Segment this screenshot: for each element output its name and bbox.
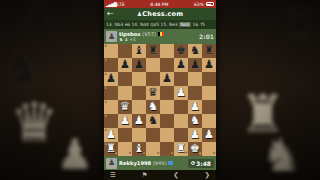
black-pawn-b7[interactable]: ♟ bbox=[118, 58, 132, 72]
black-knight-d3[interactable]: ♞ bbox=[146, 114, 160, 128]
chess-app-window: ▂▄▆█ LTE 8:48 PM 63% ← ♟Chess.com 13. Nb… bbox=[104, 0, 216, 180]
file-label-d: d bbox=[157, 152, 159, 155]
opponent-captured-tray: ♞ ♝ +1 bbox=[119, 37, 197, 43]
square-e3[interactable] bbox=[160, 114, 174, 128]
belgium-flag-icon bbox=[158, 32, 164, 36]
white-pawn-c3[interactable]: ♟ bbox=[132, 114, 146, 128]
black-rook-d8[interactable]: ♜ bbox=[146, 44, 160, 58]
square-c7[interactable]: ♟ bbox=[132, 58, 146, 72]
player-clock: 3:48 bbox=[188, 159, 214, 168]
white-pawn-g4[interactable]: ♟ bbox=[188, 100, 202, 114]
square-d4[interactable]: ♞ bbox=[146, 100, 160, 114]
square-a3[interactable]: 3 bbox=[104, 114, 118, 128]
square-c2[interactable] bbox=[132, 128, 146, 142]
menu-icon[interactable]: ☰ bbox=[110, 172, 116, 179]
black-king-f8[interactable]: ♚ bbox=[174, 44, 188, 58]
white-pawn-h2[interactable]: ♟ bbox=[202, 128, 216, 142]
player-clock-time: 3:48 bbox=[196, 160, 211, 167]
square-c4[interactable] bbox=[132, 100, 146, 114]
white-king-g1[interactable]: ♚ bbox=[188, 142, 202, 156]
square-h1[interactable]: h bbox=[202, 142, 216, 156]
square-g6[interactable] bbox=[188, 72, 202, 86]
file-label-h: h bbox=[213, 152, 215, 155]
file-label-b: b bbox=[129, 152, 131, 155]
square-a5[interactable]: 5 bbox=[104, 86, 118, 100]
chesscom-logo: ♟Chess.com bbox=[104, 10, 216, 18]
status-time: 8:48 PM bbox=[150, 2, 168, 7]
rank-label-3: 3 bbox=[105, 115, 107, 118]
black-pawn-a6[interactable]: ♟ bbox=[104, 72, 118, 86]
video-frame: ♟ ♞ ♛ ♟ ♜ ♜ ♞ ▂▄▆█ LTE 8:48 PM 63% ← ♟Ch… bbox=[0, 0, 320, 180]
white-rook-a1[interactable]: ♜ bbox=[104, 142, 118, 156]
battery-icon bbox=[206, 2, 214, 6]
square-b7[interactable]: ♟ bbox=[118, 58, 132, 72]
square-e6[interactable]: ♟ bbox=[160, 72, 174, 86]
player-avatar[interactable]: ♟ bbox=[106, 158, 117, 169]
square-h3[interactable] bbox=[202, 114, 216, 128]
white-rook-f1[interactable]: ♜ bbox=[174, 142, 188, 156]
move-list[interactable]: 13. Nb3 e6 14. Nd4 Qd5 15. Be3 Nd3 16. f… bbox=[104, 20, 216, 29]
square-b6[interactable] bbox=[118, 72, 132, 86]
clock-icon bbox=[191, 161, 195, 165]
player-bar: ♟ Rekky1998 (949) 3:48 bbox=[104, 156, 216, 170]
square-d6[interactable] bbox=[146, 72, 160, 86]
square-e1[interactable]: e bbox=[160, 142, 174, 156]
black-knight-g8[interactable]: ♞ bbox=[188, 44, 202, 58]
square-g5[interactable] bbox=[188, 86, 202, 100]
square-c3[interactable]: ♟ bbox=[132, 114, 146, 128]
opponent-bar: ♟ tipsbox (957) ♞ ♝ +1 2:01 bbox=[104, 29, 216, 44]
player-rating: (949) bbox=[153, 160, 167, 166]
square-a7[interactable]: 7 bbox=[104, 58, 118, 72]
black-pawn-g7[interactable]: ♟ bbox=[188, 58, 202, 72]
square-g1[interactable]: g♚ bbox=[188, 142, 202, 156]
white-queen-b4[interactable]: ♛ bbox=[118, 100, 132, 114]
chess-board[interactable]: 8♝♜♚♞♜7♟♟♟♟♟6♟♟5♛♟4♛♞♟3♟♟♞♞2♟♟♟1a♜bc♝def… bbox=[104, 44, 216, 156]
white-pawn-g2[interactable]: ♟ bbox=[188, 128, 202, 142]
square-d3[interactable]: ♞ bbox=[146, 114, 160, 128]
black-pawn-h7[interactable]: ♟ bbox=[202, 58, 216, 72]
square-e7[interactable] bbox=[160, 58, 174, 72]
square-g8[interactable]: ♞ bbox=[188, 44, 202, 58]
square-h7[interactable]: ♟ bbox=[202, 58, 216, 72]
forward-move-icon[interactable]: ❯ bbox=[205, 172, 210, 179]
moves-next[interactable]: 16. f5 bbox=[192, 22, 205, 27]
square-f7[interactable]: ♟ bbox=[174, 58, 188, 72]
material-advantage: +1 bbox=[129, 37, 136, 43]
rank-label-5: 5 bbox=[105, 87, 107, 90]
square-b5[interactable] bbox=[118, 86, 132, 100]
square-f4[interactable] bbox=[174, 100, 188, 114]
square-c8[interactable]: ♝ bbox=[132, 44, 146, 58]
square-g4[interactable]: ♟ bbox=[188, 100, 202, 114]
bottom-nav-bar: ☰ ⚑ ❮ ❯ bbox=[104, 170, 216, 180]
opponent-clock: 2:01 bbox=[199, 33, 214, 40]
square-b3[interactable]: ♟ bbox=[118, 114, 132, 128]
rank-label-4: 4 bbox=[105, 101, 107, 104]
square-e8[interactable] bbox=[160, 44, 174, 58]
square-g7[interactable]: ♟ bbox=[188, 58, 202, 72]
square-e4[interactable] bbox=[160, 100, 174, 114]
white-pawn-f5[interactable]: ♟ bbox=[174, 86, 188, 100]
carrier-label: LTE bbox=[117, 2, 124, 7]
file-label-e: e bbox=[171, 152, 173, 155]
square-c5[interactable] bbox=[132, 86, 146, 100]
square-g2[interactable]: ♟ bbox=[188, 128, 202, 142]
square-d5[interactable]: ♛ bbox=[146, 86, 160, 100]
square-a6[interactable]: 6♟ bbox=[104, 72, 118, 86]
square-b2[interactable] bbox=[118, 128, 132, 142]
square-f2[interactable] bbox=[174, 128, 188, 142]
square-e2[interactable] bbox=[160, 128, 174, 142]
white-pawn-b3[interactable]: ♟ bbox=[118, 114, 132, 128]
player-name[interactable]: Rekky1998 bbox=[119, 160, 151, 166]
square-c6[interactable] bbox=[132, 72, 146, 86]
square-e5[interactable] bbox=[160, 86, 174, 100]
square-a1[interactable]: 1a♜ bbox=[104, 142, 118, 156]
square-d7[interactable] bbox=[146, 58, 160, 72]
square-h2[interactable]: ♟ bbox=[202, 128, 216, 142]
square-a4[interactable]: 4 bbox=[104, 100, 118, 114]
square-g3[interactable]: ♞ bbox=[188, 114, 202, 128]
status-bar: ▂▄▆█ LTE 8:48 PM 63% bbox=[104, 0, 216, 8]
square-b1[interactable]: b bbox=[118, 142, 132, 156]
black-queen-d5[interactable]: ♛ bbox=[146, 86, 160, 100]
signal-icon: ▂▄▆█ bbox=[106, 2, 116, 7]
black-pawn-c7[interactable]: ♟ bbox=[132, 58, 146, 72]
move-current[interactable]: Nd3 bbox=[179, 22, 191, 27]
opponent-avatar[interactable]: ♟ bbox=[106, 31, 117, 42]
back-move-icon[interactable]: ❮ bbox=[173, 172, 178, 179]
square-a8[interactable]: 8 bbox=[104, 44, 118, 58]
square-b8[interactable] bbox=[118, 44, 132, 58]
square-f1[interactable]: f♜ bbox=[174, 142, 188, 156]
square-h6[interactable] bbox=[202, 72, 216, 86]
white-knight-g3[interactable]: ♞ bbox=[188, 114, 202, 128]
flag-icon[interactable]: ⚑ bbox=[142, 172, 148, 179]
square-a2[interactable]: 2♟ bbox=[104, 128, 118, 142]
square-d8[interactable]: ♜ bbox=[146, 44, 160, 58]
square-d1[interactable]: d bbox=[146, 142, 160, 156]
white-knight-d4[interactable]: ♞ bbox=[146, 100, 160, 114]
square-h4[interactable] bbox=[202, 100, 216, 114]
square-f3[interactable] bbox=[174, 114, 188, 128]
moves-previous[interactable]: 13. Nb3 e6 14. Nd4 Qd5 15. Be3 bbox=[106, 22, 178, 27]
logo-text: Chess.com bbox=[142, 10, 183, 18]
square-h8[interactable]: ♜ bbox=[202, 44, 216, 58]
player-badge-icon bbox=[168, 161, 173, 165]
square-b4[interactable]: ♛ bbox=[118, 100, 132, 114]
square-h5[interactable] bbox=[202, 86, 216, 100]
captured-bishop-icon: ♝ bbox=[124, 37, 128, 43]
rank-label-8: 8 bbox=[105, 45, 107, 48]
square-f8[interactable]: ♚ bbox=[174, 44, 188, 58]
square-d2[interactable] bbox=[146, 128, 160, 142]
app-header: ← ♟Chess.com bbox=[104, 8, 216, 20]
black-rook-h8[interactable]: ♜ bbox=[202, 44, 216, 58]
square-f5[interactable]: ♟ bbox=[174, 86, 188, 100]
rank-label-7: 7 bbox=[105, 59, 107, 62]
captured-knight-icon: ♞ bbox=[119, 37, 123, 43]
white-bishop-c1[interactable]: ♝ bbox=[132, 142, 146, 156]
square-f6[interactable] bbox=[174, 72, 188, 86]
square-c1[interactable]: c♝ bbox=[132, 142, 146, 156]
white-pawn-a2[interactable]: ♟ bbox=[104, 128, 118, 142]
black-pawn-e6[interactable]: ♟ bbox=[160, 72, 174, 86]
black-bishop-c8[interactable]: ♝ bbox=[132, 44, 146, 58]
battery-percent: 63% bbox=[194, 2, 204, 7]
black-pawn-f7[interactable]: ♟ bbox=[174, 58, 188, 72]
